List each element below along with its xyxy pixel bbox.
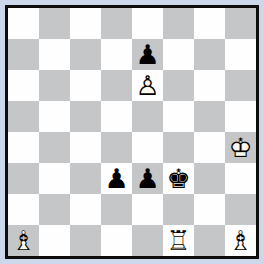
square-d8[interactable] (101, 8, 132, 39)
square-d7[interactable] (101, 39, 132, 70)
square-h5[interactable] (225, 101, 256, 132)
square-f8[interactable] (163, 8, 194, 39)
square-f2[interactable] (163, 194, 194, 225)
square-f5[interactable] (163, 101, 194, 132)
square-d4[interactable] (101, 132, 132, 163)
white-pawn-piece[interactable]: ♟♙ (132, 70, 163, 101)
square-d1[interactable] (101, 225, 132, 256)
square-c5[interactable] (70, 101, 101, 132)
square-b8[interactable] (39, 8, 70, 39)
square-a8[interactable] (8, 8, 39, 39)
square-e1[interactable] (132, 225, 163, 256)
square-e4[interactable] (132, 132, 163, 163)
black-king-piece[interactable]: ♚ (163, 163, 194, 194)
square-c7[interactable] (70, 39, 101, 70)
square-h2[interactable] (225, 194, 256, 225)
square-b6[interactable] (39, 70, 70, 101)
white-bishop-piece[interactable]: ♝♗ (225, 225, 256, 256)
pawn-icon: ♟ (132, 39, 163, 70)
square-a1[interactable]: ♝♗ (8, 225, 39, 256)
square-d6[interactable] (101, 70, 132, 101)
square-e7[interactable]: ♟ (132, 39, 163, 70)
white-rook-piece[interactable]: ♜♖ (163, 225, 194, 256)
square-a5[interactable] (8, 101, 39, 132)
pawn-icon: ♟ (132, 163, 163, 194)
square-f6[interactable] (163, 70, 194, 101)
square-d2[interactable] (101, 194, 132, 225)
square-e5[interactable] (132, 101, 163, 132)
square-f3[interactable]: ♚ (163, 163, 194, 194)
square-g6[interactable] (194, 70, 225, 101)
king-icon: ♚ (163, 163, 194, 194)
square-c3[interactable] (70, 163, 101, 194)
square-h8[interactable] (225, 8, 256, 39)
square-b5[interactable] (39, 101, 70, 132)
square-a7[interactable] (8, 39, 39, 70)
square-b1[interactable] (39, 225, 70, 256)
pawn-icon: ♟ (101, 163, 132, 194)
square-h7[interactable] (225, 39, 256, 70)
square-h3[interactable] (225, 163, 256, 194)
square-g4[interactable] (194, 132, 225, 163)
chess-board: ♟♟♙♚♔♟♟♚♝♗♜♖♝♗ (8, 8, 256, 256)
black-pawn-piece[interactable]: ♟ (132, 163, 163, 194)
square-g1[interactable] (194, 225, 225, 256)
square-g2[interactable] (194, 194, 225, 225)
square-g3[interactable] (194, 163, 225, 194)
square-d5[interactable] (101, 101, 132, 132)
square-b4[interactable] (39, 132, 70, 163)
white-king-piece[interactable]: ♚♔ (225, 132, 256, 163)
square-c2[interactable] (70, 194, 101, 225)
square-a3[interactable] (8, 163, 39, 194)
chess-diagram: ♟♟♙♚♔♟♟♚♝♗♜♖♝♗ (0, 0, 264, 264)
square-g7[interactable] (194, 39, 225, 70)
square-h4[interactable]: ♚♔ (225, 132, 256, 163)
square-f7[interactable] (163, 39, 194, 70)
square-a4[interactable] (8, 132, 39, 163)
square-h1[interactable]: ♝♗ (225, 225, 256, 256)
square-b3[interactable] (39, 163, 70, 194)
bishop-icon: ♗ (8, 225, 39, 256)
square-e3[interactable]: ♟ (132, 163, 163, 194)
square-g5[interactable] (194, 101, 225, 132)
square-h6[interactable] (225, 70, 256, 101)
bishop-icon: ♗ (225, 225, 256, 256)
square-e8[interactable] (132, 8, 163, 39)
square-a2[interactable] (8, 194, 39, 225)
chess-board-frame: ♟♟♙♚♔♟♟♚♝♗♜♖♝♗ (5, 5, 259, 259)
square-b7[interactable] (39, 39, 70, 70)
king-icon: ♔ (225, 132, 256, 163)
black-pawn-piece[interactable]: ♟ (132, 39, 163, 70)
square-c4[interactable] (70, 132, 101, 163)
square-f4[interactable] (163, 132, 194, 163)
square-b2[interactable] (39, 194, 70, 225)
pawn-icon: ♙ (132, 70, 163, 101)
square-c6[interactable] (70, 70, 101, 101)
square-e2[interactable] (132, 194, 163, 225)
square-d3[interactable]: ♟ (101, 163, 132, 194)
square-g8[interactable] (194, 8, 225, 39)
square-c8[interactable] (70, 8, 101, 39)
white-bishop-piece[interactable]: ♝♗ (8, 225, 39, 256)
square-c1[interactable] (70, 225, 101, 256)
square-f1[interactable]: ♜♖ (163, 225, 194, 256)
square-a6[interactable] (8, 70, 39, 101)
square-e6[interactable]: ♟♙ (132, 70, 163, 101)
black-pawn-piece[interactable]: ♟ (101, 163, 132, 194)
rook-icon: ♖ (163, 225, 194, 256)
